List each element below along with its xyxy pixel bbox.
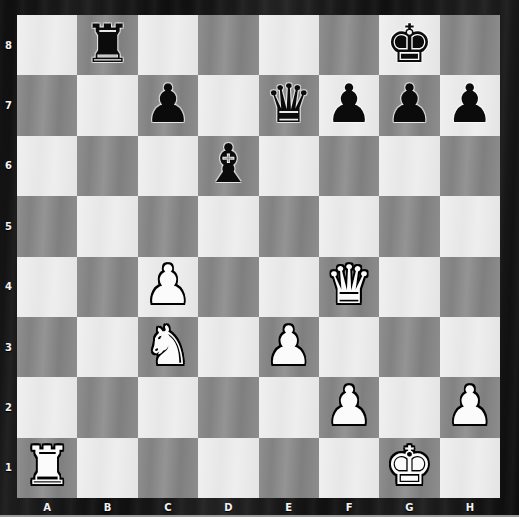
rank-label-8: 8 xyxy=(0,15,17,75)
black-king-g8[interactable]: ♚ xyxy=(386,17,434,70)
square-a5[interactable] xyxy=(17,196,77,256)
square-f1[interactable] xyxy=(319,438,379,498)
square-a4[interactable] xyxy=(17,257,77,317)
square-b5[interactable] xyxy=(77,196,137,256)
square-c1[interactable] xyxy=(138,438,198,498)
square-g3[interactable] xyxy=(379,317,439,377)
square-e4[interactable] xyxy=(259,257,319,317)
square-f8[interactable] xyxy=(319,15,379,75)
square-e6[interactable] xyxy=(259,136,319,196)
square-e2[interactable] xyxy=(259,377,319,437)
square-g6[interactable] xyxy=(379,136,439,196)
square-b2[interactable] xyxy=(77,377,137,437)
square-a7[interactable] xyxy=(17,75,77,135)
file-label-a: A xyxy=(17,498,77,517)
square-h1[interactable] xyxy=(440,438,500,498)
square-b8[interactable]: ♜ xyxy=(77,15,137,75)
square-a3[interactable] xyxy=(17,317,77,377)
black-queen-e7[interactable]: ♛ xyxy=(265,77,313,130)
file-label-h: H xyxy=(440,498,500,517)
square-a1[interactable]: ♜ xyxy=(17,438,77,498)
square-d5[interactable] xyxy=(198,196,258,256)
square-f7[interactable]: ♟ xyxy=(319,75,379,135)
square-h5[interactable] xyxy=(440,196,500,256)
square-h6[interactable] xyxy=(440,136,500,196)
square-g4[interactable] xyxy=(379,257,439,317)
white-queen-f4[interactable]: ♛ xyxy=(325,258,373,311)
white-pawn-e3[interactable]: ♟ xyxy=(265,319,313,372)
file-label-d: D xyxy=(198,498,258,517)
rank-label-1: 1 xyxy=(0,438,17,498)
square-d2[interactable] xyxy=(198,377,258,437)
file-label-g: G xyxy=(379,498,439,517)
square-h8[interactable] xyxy=(440,15,500,75)
white-knight-c3[interactable]: ♞ xyxy=(144,319,192,372)
square-e8[interactable] xyxy=(259,15,319,75)
black-rook-b8[interactable]: ♜ xyxy=(84,17,132,70)
white-pawn-c4[interactable]: ♟ xyxy=(144,258,192,311)
rank-label-6: 6 xyxy=(0,136,17,196)
chessboard-frame: 87654321 ♜♚♟♛♟♟♟♝♟♛♞♟♟♟♜♚ ABCDEFGH xyxy=(0,0,519,517)
rank-label-7: 7 xyxy=(0,75,17,135)
square-e5[interactable] xyxy=(259,196,319,256)
file-labels: ABCDEFGH xyxy=(17,498,500,517)
black-pawn-f7[interactable]: ♟ xyxy=(325,77,373,130)
square-c8[interactable] xyxy=(138,15,198,75)
square-g5[interactable] xyxy=(379,196,439,256)
square-h2[interactable]: ♟ xyxy=(440,377,500,437)
white-pawn-h2[interactable]: ♟ xyxy=(446,379,494,432)
square-g8[interactable]: ♚ xyxy=(379,15,439,75)
square-f3[interactable] xyxy=(319,317,379,377)
square-b6[interactable] xyxy=(77,136,137,196)
square-b1[interactable] xyxy=(77,438,137,498)
square-f2[interactable]: ♟ xyxy=(319,377,379,437)
square-a2[interactable] xyxy=(17,377,77,437)
square-a6[interactable] xyxy=(17,136,77,196)
rank-label-2: 2 xyxy=(0,377,17,437)
square-b4[interactable] xyxy=(77,257,137,317)
white-king-g1[interactable]: ♚ xyxy=(386,439,434,492)
square-a8[interactable] xyxy=(17,15,77,75)
white-rook-a1[interactable]: ♜ xyxy=(23,439,71,492)
black-bishop-d6[interactable]: ♝ xyxy=(205,137,253,190)
rank-label-5: 5 xyxy=(0,196,17,256)
square-c7[interactable]: ♟ xyxy=(138,75,198,135)
white-pawn-f2[interactable]: ♟ xyxy=(325,379,373,432)
square-h4[interactable] xyxy=(440,257,500,317)
file-label-f: F xyxy=(319,498,379,517)
square-c5[interactable] xyxy=(138,196,198,256)
square-e7[interactable]: ♛ xyxy=(259,75,319,135)
square-d1[interactable] xyxy=(198,438,258,498)
file-label-b: B xyxy=(77,498,137,517)
square-f6[interactable] xyxy=(319,136,379,196)
square-b7[interactable] xyxy=(77,75,137,135)
black-pawn-h7[interactable]: ♟ xyxy=(446,77,494,130)
square-d7[interactable] xyxy=(198,75,258,135)
black-pawn-g7[interactable]: ♟ xyxy=(386,77,434,130)
square-e1[interactable] xyxy=(259,438,319,498)
rank-label-4: 4 xyxy=(0,257,17,317)
square-d3[interactable] xyxy=(198,317,258,377)
square-c3[interactable]: ♞ xyxy=(138,317,198,377)
square-c6[interactable] xyxy=(138,136,198,196)
square-g7[interactable]: ♟ xyxy=(379,75,439,135)
file-label-c: C xyxy=(138,498,198,517)
square-c2[interactable] xyxy=(138,377,198,437)
square-d8[interactable] xyxy=(198,15,258,75)
rank-labels: 87654321 xyxy=(0,15,17,498)
square-g1[interactable]: ♚ xyxy=(379,438,439,498)
file-label-e: E xyxy=(259,498,319,517)
square-h7[interactable]: ♟ xyxy=(440,75,500,135)
square-g2[interactable] xyxy=(379,377,439,437)
square-b3[interactable] xyxy=(77,317,137,377)
rank-label-3: 3 xyxy=(0,317,17,377)
chessboard: ♜♚♟♛♟♟♟♝♟♛♞♟♟♟♜♚ xyxy=(17,15,500,498)
square-f4[interactable]: ♛ xyxy=(319,257,379,317)
black-pawn-c7[interactable]: ♟ xyxy=(144,77,192,130)
square-c4[interactable]: ♟ xyxy=(138,257,198,317)
square-f5[interactable] xyxy=(319,196,379,256)
square-e3[interactable]: ♟ xyxy=(259,317,319,377)
square-h3[interactable] xyxy=(440,317,500,377)
square-d4[interactable] xyxy=(198,257,258,317)
square-d6[interactable]: ♝ xyxy=(198,136,258,196)
